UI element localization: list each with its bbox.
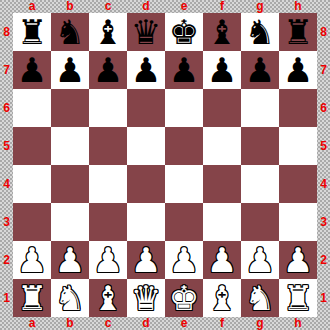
piece-black-queen[interactable]: ♛: [131, 15, 161, 49]
rank-labels-right: 87654321: [317, 13, 330, 317]
rank-label-7: 7: [317, 51, 330, 89]
square-d7[interactable]: ♟: [127, 51, 165, 89]
piece-white-pawn[interactable]: ♟: [93, 243, 123, 277]
rank-label-6: 6: [317, 89, 330, 127]
piece-black-knight[interactable]: ♞: [55, 15, 85, 49]
square-c7[interactable]: ♟: [89, 51, 127, 89]
piece-black-rook[interactable]: ♜: [17, 15, 47, 49]
rank-label-8: 8: [0, 13, 13, 51]
square-a6[interactable]: [13, 89, 51, 127]
rank-label-4: 4: [317, 165, 330, 203]
square-c2[interactable]: ♟: [89, 241, 127, 279]
square-b3[interactable]: [51, 203, 89, 241]
square-b7[interactable]: ♟: [51, 51, 89, 89]
piece-white-knight[interactable]: ♞: [55, 281, 85, 315]
rank-label-2: 2: [0, 241, 13, 279]
square-h2[interactable]: ♟: [279, 241, 317, 279]
rank-label-3: 3: [317, 203, 330, 241]
square-a4[interactable]: [13, 165, 51, 203]
piece-white-queen[interactable]: ♛: [131, 281, 161, 315]
file-label-b: b: [51, 317, 89, 330]
square-g8[interactable]: ♞: [241, 13, 279, 51]
square-e8[interactable]: ♚: [165, 13, 203, 51]
file-label-d: d: [127, 317, 165, 330]
square-b2[interactable]: ♟: [51, 241, 89, 279]
rank-labels-left: 87654321: [0, 13, 13, 317]
square-e2[interactable]: ♟: [165, 241, 203, 279]
square-e7[interactable]: ♟: [165, 51, 203, 89]
square-c4[interactable]: [89, 165, 127, 203]
square-a7[interactable]: ♟: [13, 51, 51, 89]
square-d3[interactable]: [127, 203, 165, 241]
chess-board-frame: abcdefgh 87654321 ♜♞♝♛♚♝♞♜♟♟♟♟♟♟♟♟♟♟♟♟♟♟…: [0, 0, 330, 330]
square-d2[interactable]: ♟: [127, 241, 165, 279]
square-g7[interactable]: ♟: [241, 51, 279, 89]
square-f8[interactable]: ♝: [203, 13, 241, 51]
square-d8[interactable]: ♛: [127, 13, 165, 51]
piece-black-pawn[interactable]: ♟: [283, 53, 313, 87]
square-e3[interactable]: [165, 203, 203, 241]
file-label-e: e: [165, 317, 203, 330]
rank-label-5: 5: [0, 127, 13, 165]
square-e5[interactable]: [165, 127, 203, 165]
square-h8[interactable]: ♜: [279, 13, 317, 51]
square-h1[interactable]: ♜: [279, 279, 317, 317]
rank-label-1: 1: [0, 279, 13, 317]
file-labels-bottom: abcdefgh: [13, 317, 317, 330]
rank-label-3: 3: [0, 203, 13, 241]
rank-label-4: 4: [0, 165, 13, 203]
chess-board: ♜♞♝♛♚♝♞♜♟♟♟♟♟♟♟♟♟♟♟♟♟♟♟♟♜♞♝♛♚♝♞♜: [13, 13, 317, 317]
square-g6[interactable]: [241, 89, 279, 127]
piece-white-pawn[interactable]: ♟: [55, 243, 85, 277]
square-e4[interactable]: [165, 165, 203, 203]
file-label-c: c: [89, 317, 127, 330]
piece-black-rook[interactable]: ♜: [283, 15, 313, 49]
square-f6[interactable]: [203, 89, 241, 127]
piece-white-pawn[interactable]: ♟: [17, 243, 47, 277]
file-label-a: a: [13, 317, 51, 330]
square-d5[interactable]: [127, 127, 165, 165]
piece-black-pawn[interactable]: ♟: [17, 53, 47, 87]
square-a3[interactable]: [13, 203, 51, 241]
corner-bottom-left: [0, 317, 13, 330]
piece-black-bishop[interactable]: ♝: [93, 15, 123, 49]
square-g2[interactable]: ♟: [241, 241, 279, 279]
rank-label-7: 7: [0, 51, 13, 89]
piece-white-pawn[interactable]: ♟: [207, 243, 237, 277]
square-b6[interactable]: [51, 89, 89, 127]
square-b5[interactable]: [51, 127, 89, 165]
square-d4[interactable]: [127, 165, 165, 203]
square-h5[interactable]: [279, 127, 317, 165]
piece-white-rook[interactable]: ♜: [283, 281, 313, 315]
rank-label-1: 1: [317, 279, 330, 317]
square-f2[interactable]: ♟: [203, 241, 241, 279]
piece-black-pawn[interactable]: ♟: [169, 53, 199, 87]
piece-white-pawn[interactable]: ♟: [283, 243, 313, 277]
square-h7[interactable]: ♟: [279, 51, 317, 89]
piece-black-king[interactable]: ♚: [169, 15, 199, 49]
square-f3[interactable]: [203, 203, 241, 241]
piece-white-king[interactable]: ♚: [169, 281, 199, 315]
square-c5[interactable]: [89, 127, 127, 165]
square-d1[interactable]: ♛: [127, 279, 165, 317]
corner-top-right: [317, 0, 330, 13]
rank-label-8: 8: [317, 13, 330, 51]
square-b1[interactable]: ♞: [51, 279, 89, 317]
piece-black-pawn[interactable]: ♟: [55, 53, 85, 87]
piece-black-pawn[interactable]: ♟: [207, 53, 237, 87]
square-c8[interactable]: ♝: [89, 13, 127, 51]
piece-white-bishop[interactable]: ♝: [93, 281, 123, 315]
square-h4[interactable]: [279, 165, 317, 203]
piece-black-pawn[interactable]: ♟: [131, 53, 161, 87]
piece-white-rook[interactable]: ♜: [17, 281, 47, 315]
square-a1[interactable]: ♜: [13, 279, 51, 317]
square-a2[interactable]: ♟: [13, 241, 51, 279]
piece-white-pawn[interactable]: ♟: [245, 243, 275, 277]
square-d6[interactable]: [127, 89, 165, 127]
square-b4[interactable]: [51, 165, 89, 203]
square-c3[interactable]: [89, 203, 127, 241]
square-h3[interactable]: [279, 203, 317, 241]
piece-white-pawn[interactable]: ♟: [169, 243, 199, 277]
square-g5[interactable]: [241, 127, 279, 165]
file-label-f: f: [203, 317, 241, 330]
file-label-h: h: [279, 317, 317, 330]
file-label-g: g: [241, 317, 279, 330]
square-g1[interactable]: ♞: [241, 279, 279, 317]
square-e6[interactable]: [165, 89, 203, 127]
square-h6[interactable]: [279, 89, 317, 127]
piece-black-bishop[interactable]: ♝: [207, 15, 237, 49]
square-f7[interactable]: ♟: [203, 51, 241, 89]
square-f5[interactable]: [203, 127, 241, 165]
square-b8[interactable]: ♞: [51, 13, 89, 51]
square-a5[interactable]: [13, 127, 51, 165]
piece-black-pawn[interactable]: ♟: [93, 53, 123, 87]
square-g3[interactable]: [241, 203, 279, 241]
piece-white-knight[interactable]: ♞: [245, 281, 275, 315]
square-g4[interactable]: [241, 165, 279, 203]
piece-black-knight[interactable]: ♞: [245, 15, 275, 49]
corner-top-left: [0, 0, 13, 13]
square-c1[interactable]: ♝: [89, 279, 127, 317]
square-a8[interactable]: ♜: [13, 13, 51, 51]
rank-label-2: 2: [317, 241, 330, 279]
piece-black-pawn[interactable]: ♟: [245, 53, 275, 87]
corner-bottom-right: [317, 317, 330, 330]
square-e1[interactable]: ♚: [165, 279, 203, 317]
rank-label-6: 6: [0, 89, 13, 127]
square-c6[interactable]: [89, 89, 127, 127]
square-f1[interactable]: ♝: [203, 279, 241, 317]
rank-label-5: 5: [317, 127, 330, 165]
square-f4[interactable]: [203, 165, 241, 203]
piece-white-pawn[interactable]: ♟: [131, 243, 161, 277]
piece-white-bishop[interactable]: ♝: [207, 281, 237, 315]
